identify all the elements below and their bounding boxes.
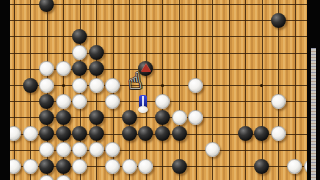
hand-cursor-icon: ☝ <box>126 69 143 94</box>
grid-hline <box>10 4 307 5</box>
white-stone[interactable] <box>155 94 170 109</box>
white-stone[interactable] <box>39 142 54 157</box>
black-stone[interactable] <box>89 126 104 141</box>
black-stone[interactable] <box>254 159 269 174</box>
black-stone[interactable] <box>122 110 137 125</box>
white-stone[interactable] <box>56 94 71 109</box>
black-stone[interactable] <box>39 126 54 141</box>
white-stone[interactable] <box>39 175 54 180</box>
white-stone[interactable] <box>72 94 87 109</box>
black-stone[interactable] <box>56 159 71 174</box>
black-stone[interactable] <box>122 126 137 141</box>
black-stone[interactable] <box>39 110 54 125</box>
black-stone[interactable] <box>56 110 71 125</box>
white-stone[interactable] <box>205 142 220 157</box>
right-edge-texture-strip <box>311 48 316 180</box>
black-stone[interactable] <box>72 126 87 141</box>
white-stone[interactable] <box>172 110 187 125</box>
black-stone[interactable] <box>138 126 153 141</box>
white-stone[interactable] <box>105 94 120 109</box>
white-stone[interactable] <box>72 159 87 174</box>
white-stone[interactable] <box>56 61 71 76</box>
white-stone[interactable] <box>105 78 120 93</box>
white-stone[interactable] <box>138 159 153 174</box>
white-stone[interactable] <box>89 78 104 93</box>
black-stone[interactable] <box>172 126 187 141</box>
grid-vline <box>14 0 15 180</box>
black-stone[interactable] <box>23 78 38 93</box>
right-side-bar <box>307 0 320 180</box>
grid-hline <box>10 150 307 151</box>
go-app-window: ☝ <box>0 0 320 180</box>
grid-vline <box>179 0 180 180</box>
white-stone[interactable] <box>188 110 203 125</box>
hoshi-point[interactable] <box>161 84 164 87</box>
white-stone[interactable] <box>188 78 203 93</box>
white-stone[interactable] <box>23 126 38 141</box>
go-board[interactable] <box>10 0 307 180</box>
black-stone[interactable] <box>271 13 286 28</box>
grid-vline <box>146 0 147 180</box>
grid-vline <box>245 0 246 180</box>
placement-indicator-tip <box>138 106 148 113</box>
white-stone[interactable] <box>122 159 137 174</box>
white-stone[interactable] <box>39 61 54 76</box>
black-stone[interactable] <box>72 29 87 44</box>
grid-hline <box>10 20 307 21</box>
grid-vline <box>262 0 263 180</box>
black-stone[interactable] <box>39 94 54 109</box>
black-stone[interactable] <box>39 0 54 12</box>
white-stone[interactable] <box>56 175 71 180</box>
black-stone[interactable] <box>72 61 87 76</box>
hoshi-point[interactable] <box>62 84 65 87</box>
black-stone[interactable] <box>89 110 104 125</box>
grid-hline <box>10 69 307 70</box>
left-side-bar <box>0 0 10 180</box>
grid-hline <box>10 53 307 54</box>
black-stone[interactable] <box>89 61 104 76</box>
grid-vline <box>162 0 163 180</box>
white-stone[interactable] <box>23 159 38 174</box>
grid-vline <box>295 0 296 180</box>
white-stone[interactable] <box>271 126 286 141</box>
white-stone[interactable] <box>56 142 71 157</box>
black-stone[interactable] <box>155 126 170 141</box>
white-stone[interactable] <box>39 78 54 93</box>
white-stone[interactable] <box>287 159 302 174</box>
grid-hline <box>10 36 307 37</box>
black-stone[interactable] <box>172 159 187 174</box>
black-stone[interactable] <box>89 45 104 60</box>
white-stone[interactable] <box>72 78 87 93</box>
white-stone[interactable] <box>271 94 286 109</box>
white-stone[interactable] <box>105 159 120 174</box>
black-stone[interactable] <box>39 159 54 174</box>
black-stone[interactable] <box>254 126 269 141</box>
black-stone[interactable] <box>155 110 170 125</box>
white-stone[interactable] <box>72 142 87 157</box>
white-stone[interactable] <box>72 45 87 60</box>
grid-vline <box>229 0 230 180</box>
black-stone[interactable] <box>238 126 253 141</box>
white-stone[interactable] <box>89 142 104 157</box>
hoshi-point[interactable] <box>260 84 263 87</box>
white-stone[interactable] <box>105 142 120 157</box>
triangle-marker <box>141 64 151 72</box>
black-stone[interactable] <box>56 126 71 141</box>
